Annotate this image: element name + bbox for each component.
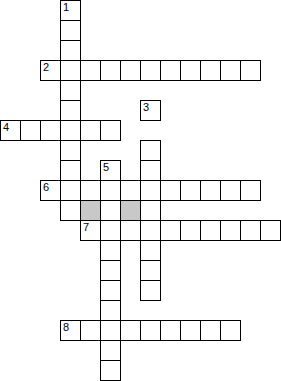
crossword-cell[interactable] — [120, 180, 141, 201]
crossword-cell[interactable] — [180, 220, 201, 241]
crossword-cell[interactable] — [40, 60, 61, 81]
crossword-cell[interactable] — [180, 60, 201, 81]
crossword-page: 12345678 — [0, 0, 281, 381]
crossword-cell[interactable] — [260, 220, 281, 241]
crossword-cell[interactable] — [100, 120, 121, 141]
crossword-cell[interactable] — [220, 220, 241, 241]
crossword-cell[interactable] — [140, 320, 161, 341]
crossword-cell-shaded[interactable] — [80, 200, 101, 221]
crossword-cell[interactable] — [140, 280, 161, 301]
crossword-cell[interactable] — [140, 140, 161, 161]
crossword-cell[interactable] — [100, 360, 121, 381]
crossword-cell[interactable] — [220, 60, 241, 81]
crossword-cell[interactable] — [100, 220, 121, 241]
crossword-cell[interactable] — [220, 320, 241, 341]
crossword-cell[interactable] — [60, 80, 81, 101]
crossword-cell[interactable] — [140, 60, 161, 81]
crossword-cell[interactable] — [160, 180, 181, 201]
crossword-cell[interactable] — [160, 220, 181, 241]
crossword-cell[interactable] — [180, 180, 201, 201]
crossword-cell[interactable] — [160, 60, 181, 81]
crossword-cell[interactable] — [80, 320, 101, 341]
crossword-cell[interactable] — [140, 100, 161, 121]
crossword-cell-shaded[interactable] — [120, 200, 141, 221]
crossword-cell[interactable] — [100, 240, 121, 261]
crossword-cell[interactable] — [60, 60, 81, 81]
crossword-cell[interactable] — [100, 300, 121, 321]
crossword-cell[interactable] — [40, 180, 61, 201]
crossword-cell[interactable] — [60, 20, 81, 41]
crossword-cell[interactable] — [0, 120, 21, 141]
crossword-cell[interactable] — [60, 140, 81, 161]
crossword-cell[interactable] — [140, 160, 161, 181]
crossword-cell[interactable] — [100, 180, 121, 201]
crossword-cell[interactable] — [60, 120, 81, 141]
crossword-cell[interactable] — [100, 340, 121, 361]
crossword-cell[interactable] — [100, 200, 121, 221]
crossword-cell[interactable] — [120, 220, 141, 241]
crossword-cell[interactable] — [80, 120, 101, 141]
crossword-cell[interactable] — [140, 220, 161, 241]
crossword-cell[interactable] — [60, 0, 81, 21]
crossword-cell[interactable] — [60, 40, 81, 61]
crossword-cell[interactable] — [200, 180, 221, 201]
crossword-cell[interactable] — [180, 320, 201, 341]
crossword-cell[interactable] — [160, 320, 181, 341]
crossword-cell[interactable] — [240, 180, 261, 201]
crossword-cell[interactable] — [140, 260, 161, 281]
crossword-cell[interactable] — [120, 320, 141, 341]
crossword-cell[interactable] — [60, 100, 81, 121]
crossword-cell[interactable] — [20, 120, 41, 141]
crossword-cell[interactable] — [60, 160, 81, 181]
crossword-cell[interactable] — [140, 200, 161, 221]
crossword-cell[interactable] — [240, 60, 261, 81]
crossword-cell[interactable] — [140, 180, 161, 201]
crossword-cell[interactable] — [80, 220, 101, 241]
crossword-cell[interactable] — [240, 220, 261, 241]
crossword-cell[interactable] — [80, 180, 101, 201]
crossword-cell[interactable] — [200, 60, 221, 81]
crossword-cell[interactable] — [100, 320, 121, 341]
crossword-cell[interactable] — [80, 60, 101, 81]
crossword-cell[interactable] — [40, 120, 61, 141]
crossword-cell[interactable] — [100, 280, 121, 301]
crossword-cell[interactable] — [200, 220, 221, 241]
crossword-cell[interactable] — [200, 320, 221, 341]
crossword-cell[interactable] — [100, 260, 121, 281]
crossword-cell[interactable] — [60, 320, 81, 341]
crossword-cell[interactable] — [120, 60, 141, 81]
crossword-cell[interactable] — [100, 60, 121, 81]
crossword-cell[interactable] — [100, 160, 121, 181]
crossword-cell[interactable] — [60, 180, 81, 201]
crossword-cell[interactable] — [140, 240, 161, 261]
crossword-cell[interactable] — [60, 200, 81, 221]
crossword-cell[interactable] — [220, 180, 241, 201]
crossword-board: 12345678 — [0, 0, 281, 381]
